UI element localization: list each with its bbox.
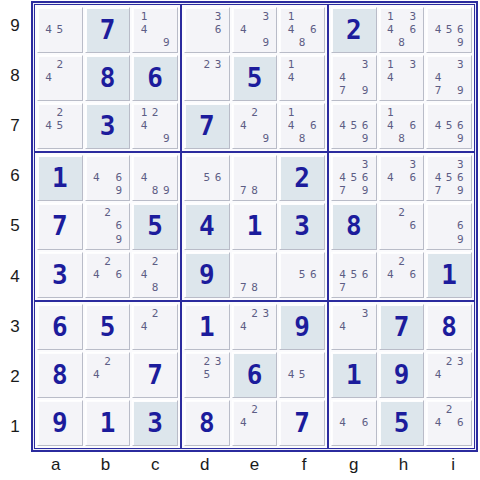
cell-d5[interactable]: 4 [184, 203, 230, 249]
cell-d6[interactable]: 56 [184, 155, 230, 201]
empty-candidate-slot [113, 368, 124, 381]
cell-h9[interactable]: 13468 [379, 7, 425, 53]
empty-candidate-slot [444, 132, 455, 145]
cell-f9[interactable]: 1468 [279, 7, 325, 53]
empty-candidate-slot [407, 71, 418, 84]
cell-f2[interactable]: 45 [279, 352, 325, 398]
candidate-digit: 5 [201, 171, 212, 184]
cell-i6[interactable]: 345679 [426, 155, 472, 201]
candidate-digit: 2 [249, 403, 260, 416]
candidate-digit: 4 [432, 23, 443, 36]
cell-c9[interactable]: 149 [132, 7, 178, 53]
box-3: 213468456934791343479456914684569 [328, 4, 475, 152]
candidate-digit: 6 [308, 119, 319, 132]
candidate-digit: 4 [43, 71, 54, 84]
cell-d8[interactable]: 23 [184, 55, 230, 101]
cell-value: 8 [38, 353, 82, 397]
empty-candidate-slot [444, 84, 455, 97]
empty-candidate-slot [249, 171, 260, 184]
empty-candidate-slot [260, 268, 271, 281]
candidate-digit: 5 [348, 171, 359, 184]
column-label-a: a [31, 452, 81, 480]
empty-candidate-slot [337, 307, 348, 320]
empty-candidate-slot [190, 381, 201, 394]
empty-candidate-slot [161, 10, 172, 23]
cell-f7[interactable]: 1468 [279, 103, 325, 149]
cell-a6[interactable]: 1 [37, 155, 83, 201]
pencil-marks: 56 [190, 158, 224, 197]
candidate-digit: 4 [138, 268, 149, 281]
cell-i3[interactable]: 8 [426, 304, 472, 350]
cell-f8[interactable]: 14 [279, 55, 325, 101]
cell-h2[interactable]: 9 [379, 352, 425, 398]
empty-candidate-slot [407, 233, 418, 246]
empty-candidate-slot [190, 355, 201, 368]
cell-g5[interactable]: 8 [331, 203, 377, 249]
pencil-marks: 134 [385, 58, 419, 97]
candidate-digit: 6 [407, 171, 418, 184]
row-label-6: 6 [0, 151, 30, 201]
empty-candidate-slot [407, 106, 418, 119]
cell-e5[interactable]: 1 [232, 203, 278, 249]
pencil-marks: 345679 [337, 158, 371, 197]
candidate-digit: 9 [455, 36, 466, 49]
cell-a4[interactable]: 3 [37, 252, 83, 298]
candidate-digit: 4 [238, 320, 249, 333]
candidate-digit: 4 [385, 71, 396, 84]
empty-candidate-slot [138, 132, 149, 145]
empty-candidate-slot [150, 320, 161, 333]
empty-candidate-slot [249, 429, 260, 442]
cell-d7[interactable]: 7 [184, 103, 230, 149]
candidate-digit: 8 [396, 36, 407, 49]
cell-h6[interactable]: 346 [379, 155, 425, 201]
candidate-digit: 7 [337, 281, 348, 294]
empty-candidate-slot [260, 333, 271, 346]
cell-i5[interactable]: 69 [426, 203, 472, 249]
cell-a3[interactable]: 6 [37, 304, 83, 350]
empty-candidate-slot [444, 206, 455, 219]
cell-e2[interactable]: 6 [232, 352, 278, 398]
empty-candidate-slot [308, 10, 319, 23]
candidate-digit: 4 [91, 268, 102, 281]
empty-candidate-slot [285, 36, 296, 49]
cell-value: 8 [185, 401, 229, 445]
cell-d2[interactable]: 235 [184, 352, 230, 398]
empty-candidate-slot [432, 233, 443, 246]
cell-c6[interactable]: 489 [132, 155, 178, 201]
pencil-marks: 245 [43, 106, 77, 145]
empty-candidate-slot [348, 58, 359, 71]
cell-value: 1 [185, 305, 229, 349]
candidate-digit: 3 [212, 58, 223, 71]
empty-candidate-slot [444, 71, 455, 84]
candidate-digit: 1 [285, 58, 296, 71]
candidate-digit: 3 [359, 307, 370, 320]
empty-candidate-slot [113, 355, 124, 368]
empty-candidate-slot [190, 184, 201, 197]
empty-candidate-slot [260, 320, 271, 333]
pencil-marks: 149 [138, 10, 172, 49]
empty-candidate-slot [150, 132, 161, 145]
empty-candidate-slot [190, 84, 201, 97]
empty-candidate-slot [285, 268, 296, 281]
empty-candidate-slot [249, 132, 260, 145]
cell-value: 8 [427, 305, 471, 349]
candidate-digit: 4 [337, 320, 348, 333]
empty-candidate-slot [201, 71, 212, 84]
cell-g3[interactable]: 34 [331, 304, 377, 350]
candidate-digit: 4 [432, 71, 443, 84]
candidate-digit: 1 [285, 10, 296, 23]
candidate-digit: 5 [348, 119, 359, 132]
cell-e8[interactable]: 5 [232, 55, 278, 101]
empty-candidate-slot [102, 184, 113, 197]
candidate-digit: 9 [161, 184, 172, 197]
candidate-digit: 3 [212, 10, 223, 23]
cell-f4[interactable]: 56 [279, 252, 325, 298]
candidate-digit: 4 [337, 416, 348, 429]
cell-b6[interactable]: 469 [85, 155, 131, 201]
cell-g2[interactable]: 1 [331, 352, 377, 398]
cell-h7[interactable]: 1468 [379, 103, 425, 149]
empty-candidate-slot [161, 255, 172, 268]
pencil-marks: 56 [285, 255, 319, 294]
empty-candidate-slot [161, 106, 172, 119]
empty-candidate-slot [385, 206, 396, 219]
cell-g1[interactable]: 46 [331, 400, 377, 446]
empty-candidate-slot [285, 355, 296, 368]
empty-candidate-slot [201, 36, 212, 49]
empty-candidate-slot [249, 10, 260, 23]
empty-candidate-slot [348, 71, 359, 84]
empty-candidate-slot [359, 403, 370, 416]
cell-b3[interactable]: 5 [85, 304, 131, 350]
candidate-digit: 4 [91, 171, 102, 184]
pencil-marks: 4569 [432, 106, 466, 145]
empty-candidate-slot [308, 84, 319, 97]
candidate-digit: 1 [385, 106, 396, 119]
cell-h4[interactable]: 246 [379, 252, 425, 298]
candidate-digit: 4 [138, 119, 149, 132]
cell-e7[interactable]: 249 [232, 103, 278, 149]
candidate-digit: 4 [285, 119, 296, 132]
empty-candidate-slot [348, 429, 359, 442]
empty-candidate-slot [260, 171, 271, 184]
candidate-digit: 6 [407, 219, 418, 232]
empty-candidate-slot [190, 368, 201, 381]
empty-candidate-slot [308, 368, 319, 381]
candidate-digit: 6 [212, 171, 223, 184]
cell-i9[interactable]: 4569 [426, 7, 472, 53]
empty-candidate-slot [212, 184, 223, 197]
empty-candidate-slot [260, 23, 271, 36]
candidate-digit: 1 [285, 106, 296, 119]
cell-a5[interactable]: 7 [37, 203, 83, 249]
empty-candidate-slot [444, 429, 455, 442]
pencil-marks: 346 [385, 158, 419, 197]
empty-candidate-slot [432, 158, 443, 171]
empty-candidate-slot [238, 158, 249, 171]
cell-b5[interactable]: 269 [85, 203, 131, 249]
row-label-3: 3 [0, 302, 30, 352]
pencil-marks: 46 [337, 403, 371, 442]
empty-candidate-slot [444, 10, 455, 23]
cell-e9[interactable]: 349 [232, 7, 278, 53]
empty-candidate-slot [348, 416, 359, 429]
empty-candidate-slot [102, 219, 113, 232]
pencil-marks: 246 [91, 255, 125, 294]
candidate-digit: 4 [238, 119, 249, 132]
empty-candidate-slot [432, 381, 443, 394]
cell-h3[interactable]: 7 [379, 304, 425, 350]
cell-value: 6 [38, 305, 82, 349]
cell-value: 4 [185, 204, 229, 248]
empty-candidate-slot [455, 403, 466, 416]
cell-b8[interactable]: 8 [85, 55, 131, 101]
empty-candidate-slot [138, 158, 149, 171]
cell-c7[interactable]: 1249 [132, 103, 178, 149]
pencil-marks: 45 [43, 10, 77, 49]
empty-candidate-slot [297, 355, 308, 368]
empty-candidate-slot [285, 84, 296, 97]
cell-i1[interactable]: 246 [426, 400, 472, 446]
cell-value: 7 [86, 8, 130, 52]
empty-candidate-slot [91, 255, 102, 268]
candidate-digit: 3 [407, 58, 418, 71]
empty-candidate-slot [359, 71, 370, 84]
cell-i4[interactable]: 1 [426, 252, 472, 298]
empty-candidate-slot [260, 416, 271, 429]
empty-candidate-slot [150, 171, 161, 184]
candidate-digit: 7 [337, 84, 348, 97]
candidate-digit: 3 [260, 10, 271, 23]
cell-value: 9 [380, 353, 424, 397]
candidate-digit: 5 [444, 23, 455, 36]
candidate-digit: 4 [138, 171, 149, 184]
empty-candidate-slot [407, 84, 418, 97]
cell-e6[interactable]: 78 [232, 155, 278, 201]
candidate-digit: 4 [432, 171, 443, 184]
cell-c2[interactable]: 7 [132, 352, 178, 398]
candidate-digit: 4 [385, 171, 396, 184]
empty-candidate-slot [359, 333, 370, 346]
cell-a2[interactable]: 8 [37, 352, 83, 398]
cell-g6[interactable]: 345679 [331, 155, 377, 201]
empty-candidate-slot [150, 333, 161, 346]
cell-i8[interactable]: 3479 [426, 55, 472, 101]
pencil-marks: 45 [285, 355, 319, 394]
cell-c3[interactable]: 24 [132, 304, 178, 350]
cell-g7[interactable]: 4569 [331, 103, 377, 149]
cell-a9[interactable]: 45 [37, 7, 83, 53]
cell-c1[interactable]: 3 [132, 400, 178, 446]
box-1: 457149248624531249 [34, 4, 181, 152]
empty-candidate-slot [161, 281, 172, 294]
empty-candidate-slot [113, 381, 124, 394]
cell-e1[interactable]: 24 [232, 400, 278, 446]
cell-i2[interactable]: 234 [426, 352, 472, 398]
pencil-marks: 26 [385, 206, 419, 245]
empty-candidate-slot [385, 84, 396, 97]
cell-e3[interactable]: 234 [232, 304, 278, 350]
cell-c5[interactable]: 5 [132, 203, 178, 249]
cell-a1[interactable]: 9 [37, 400, 83, 446]
empty-candidate-slot [385, 36, 396, 49]
candidate-digit: 3 [407, 158, 418, 171]
empty-candidate-slot [396, 84, 407, 97]
empty-candidate-slot [260, 119, 271, 132]
empty-candidate-slot [54, 71, 65, 84]
empty-candidate-slot [91, 184, 102, 197]
empty-candidate-slot [444, 233, 455, 246]
cell-a7[interactable]: 245 [37, 103, 83, 149]
cell-f6[interactable]: 2 [279, 155, 325, 201]
cell-value: 7 [133, 353, 177, 397]
cell-d4[interactable]: 9 [184, 252, 230, 298]
candidate-digit: 6 [308, 268, 319, 281]
empty-candidate-slot [444, 58, 455, 71]
empty-candidate-slot [432, 58, 443, 71]
empty-candidate-slot [260, 158, 271, 171]
candidate-digit: 9 [359, 184, 370, 197]
cell-value: 5 [133, 204, 177, 248]
empty-candidate-slot [396, 281, 407, 294]
candidate-digit: 6 [455, 23, 466, 36]
pencil-marks: 469 [91, 158, 125, 197]
empty-candidate-slot [150, 36, 161, 49]
candidate-digit: 2 [54, 106, 65, 119]
candidate-digit: 2 [54, 58, 65, 71]
cell-d3[interactable]: 1 [184, 304, 230, 350]
cell-b9[interactable]: 7 [85, 7, 131, 53]
empty-candidate-slot [407, 36, 418, 49]
empty-candidate-slot [385, 281, 396, 294]
row-label-5: 5 [0, 201, 30, 251]
empty-candidate-slot [43, 58, 54, 71]
empty-candidate-slot [161, 119, 172, 132]
cell-e4[interactable]: 78 [232, 252, 278, 298]
pencil-marks: 234 [238, 307, 272, 346]
cell-h8[interactable]: 134 [379, 55, 425, 101]
empty-candidate-slot [150, 10, 161, 23]
cell-d1[interactable]: 8 [184, 400, 230, 446]
cell-value: 7 [380, 305, 424, 349]
cell-g8[interactable]: 3479 [331, 55, 377, 101]
empty-candidate-slot [238, 307, 249, 320]
empty-candidate-slot [201, 381, 212, 394]
cell-g9[interactable]: 2 [331, 7, 377, 53]
empty-candidate-slot [359, 429, 370, 442]
cell-b4[interactable]: 246 [85, 252, 131, 298]
empty-candidate-slot [359, 320, 370, 333]
empty-candidate-slot [102, 281, 113, 294]
cell-g4[interactable]: 4567 [331, 252, 377, 298]
empty-candidate-slot [444, 416, 455, 429]
candidate-digit: 4 [432, 119, 443, 132]
box-9: 347819234465246 [328, 301, 475, 449]
empty-candidate-slot [91, 206, 102, 219]
cell-a8[interactable]: 24 [37, 55, 83, 101]
empty-candidate-slot [43, 10, 54, 23]
row-label-1: 1 [0, 402, 30, 452]
empty-candidate-slot [432, 206, 443, 219]
empty-candidate-slot [65, 36, 76, 49]
empty-candidate-slot [212, 36, 223, 49]
empty-candidate-slot [249, 158, 260, 171]
empty-candidate-slot [396, 106, 407, 119]
candidate-digit: 9 [161, 132, 172, 145]
pencil-marks: 246 [385, 255, 419, 294]
cell-c8[interactable]: 6 [132, 55, 178, 101]
cell-i7[interactable]: 4569 [426, 103, 472, 149]
empty-candidate-slot [455, 368, 466, 381]
cell-d9[interactable]: 36 [184, 7, 230, 53]
cell-f5[interactable]: 3 [279, 203, 325, 249]
empty-candidate-slot [432, 219, 443, 232]
pencil-marks: 489 [138, 158, 172, 197]
sudoku-board: 4571492486245312493634914682351472491468… [34, 4, 475, 449]
cell-b1[interactable]: 1 [85, 400, 131, 446]
pencil-marks: 14 [285, 58, 319, 97]
candidate-digit: 4 [285, 23, 296, 36]
cell-value: 1 [233, 204, 277, 248]
candidate-digit: 4 [385, 268, 396, 281]
empty-candidate-slot [65, 119, 76, 132]
empty-candidate-slot [348, 158, 359, 171]
empty-candidate-slot [190, 36, 201, 49]
candidate-digit: 7 [238, 184, 249, 197]
cell-h1[interactable]: 5 [379, 400, 425, 446]
empty-candidate-slot [249, 36, 260, 49]
pencil-marks: 269 [91, 206, 125, 245]
cell-value: 9 [38, 401, 82, 445]
empty-candidate-slot [201, 184, 212, 197]
cell-h5[interactable]: 26 [379, 203, 425, 249]
empty-candidate-slot [455, 10, 466, 23]
cell-value: 9 [280, 305, 324, 349]
sudoku-board-frame: 4571492486245312493634914682351472491468… [31, 1, 478, 452]
empty-candidate-slot [54, 132, 65, 145]
cell-b2[interactable]: 24 [85, 352, 131, 398]
cell-f1[interactable]: 7 [279, 400, 325, 446]
empty-candidate-slot [138, 184, 149, 197]
empty-candidate-slot [337, 158, 348, 171]
cell-c4[interactable]: 248 [132, 252, 178, 298]
empty-candidate-slot [150, 268, 161, 281]
empty-candidate-slot [150, 119, 161, 132]
candidate-digit: 4 [285, 71, 296, 84]
pencil-marks: 1468 [385, 106, 419, 145]
candidate-digit: 4 [43, 23, 54, 36]
empty-candidate-slot [297, 119, 308, 132]
empty-candidate-slot [432, 355, 443, 368]
candidate-digit: 4 [432, 416, 443, 429]
empty-candidate-slot [385, 255, 396, 268]
candidate-digit: 8 [249, 281, 260, 294]
candidate-digit: 3 [407, 10, 418, 23]
empty-candidate-slot [385, 132, 396, 145]
pencil-marks: 78 [238, 255, 272, 294]
cell-value: 3 [133, 401, 177, 445]
candidate-digit: 6 [359, 416, 370, 429]
empty-candidate-slot [348, 84, 359, 97]
cell-f3[interactable]: 9 [279, 304, 325, 350]
cell-b7[interactable]: 3 [85, 103, 131, 149]
pencil-marks: 3479 [432, 58, 466, 97]
empty-candidate-slot [190, 71, 201, 84]
column-label-e: e [230, 452, 280, 480]
